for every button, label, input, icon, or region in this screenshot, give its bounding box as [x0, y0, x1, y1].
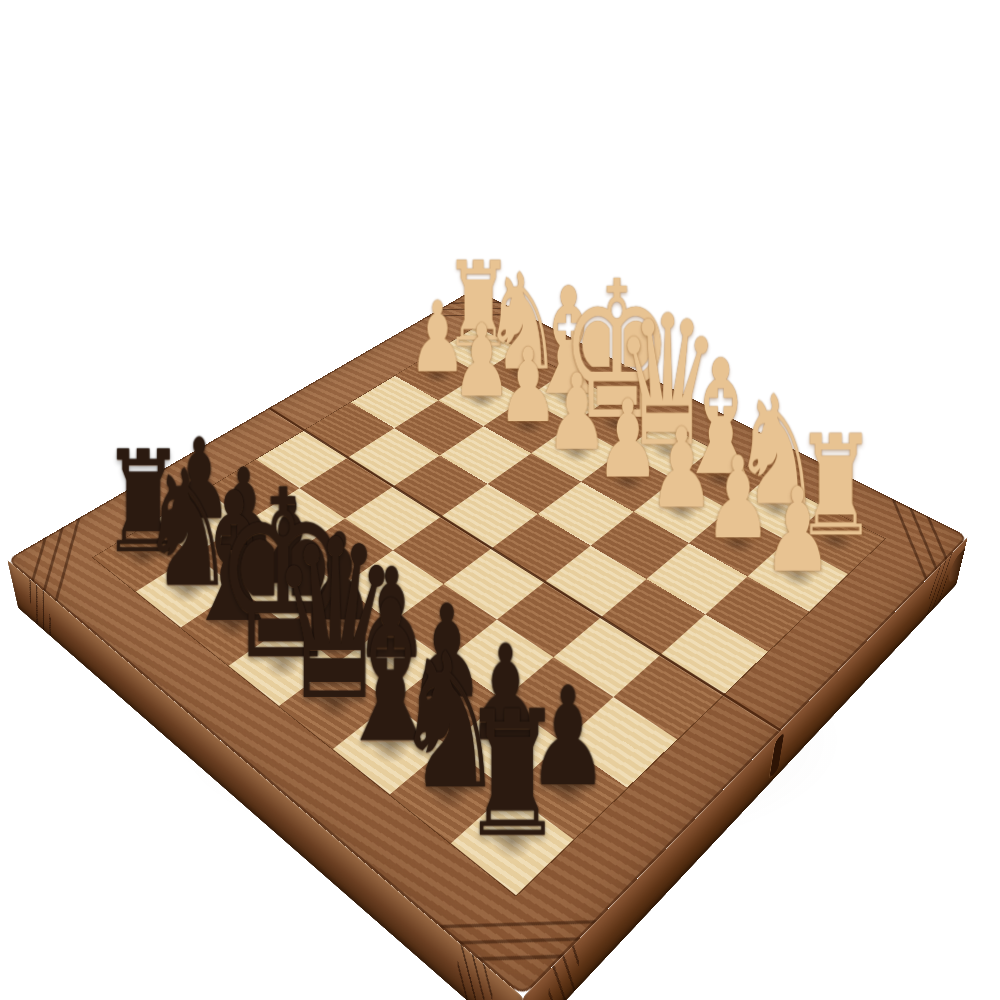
- square-g4[interactable]: [348, 428, 440, 486]
- square-a8[interactable]: ♜: [451, 791, 574, 895]
- piece-white-pawn[interactable]: ♟: [763, 473, 832, 590]
- chess-board: ♜♞♝♚♛♝♞♜♟♟♟♟♟♟♟♟♟♟♟♟♟♟♟♟♜♞♝♚♛♝♞♜: [7, 289, 968, 997]
- product-photo-stage: ♜♞♝♚♛♝♞♜♟♟♟♟♟♟♟♟♟♟♟♟♟♟♟♟♜♞♝♚♛♝♞♜: [0, 0, 1000, 1000]
- piece-black-rook[interactable]: ♜: [461, 689, 564, 863]
- board-top-surface: ♜♞♝♚♛♝♞♜♟♟♟♟♟♟♟♟♟♟♟♟♟♟♟♟♜♞♝♚♛♝♞♜: [7, 289, 968, 997]
- piece-white-pawn[interactable]: ♟: [704, 442, 771, 555]
